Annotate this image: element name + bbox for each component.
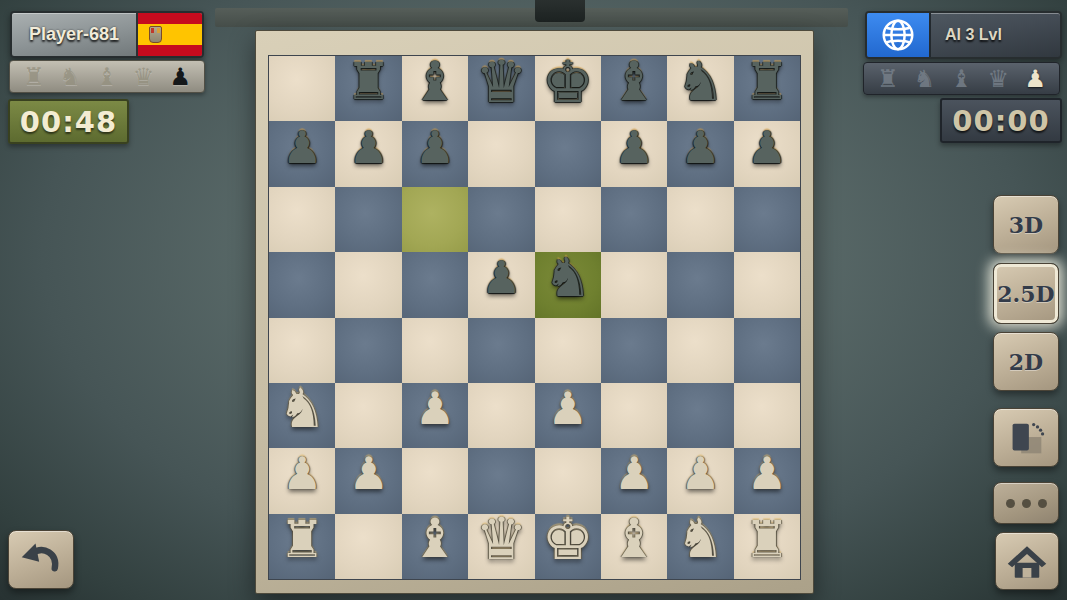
game-screen: Player-681 AI 3 Lvl ♜♞♝♛♟ ♜♞♝♛♟ 00:48 00… [0,0,1067,600]
black-player-panel: AI 3 Lvl [865,11,1062,59]
square-g4[interactable] [667,318,733,383]
square-a6[interactable] [269,187,335,252]
square-f7[interactable]: ♟ [601,121,667,186]
square-g6[interactable] [667,187,733,252]
white-knight[interactable]: ♞ [676,512,724,566]
chess-board: ♜♝♛♚♝♞♜♟♟♟♟♟♟♟♞♞♟♟♟♟♟♟♟♜♝♛♚♝♞♜ [268,55,801,580]
square-a5[interactable] [269,252,335,317]
square-h1[interactable]: ♜ [734,514,800,579]
square-a2[interactable]: ♟ [269,448,335,513]
square-h6[interactable] [734,187,800,252]
square-d3[interactable] [468,383,534,448]
square-h5[interactable] [734,252,800,317]
view-2d-button[interactable]: 2D [993,332,1059,391]
square-c4[interactable] [402,318,468,383]
square-d2[interactable] [468,448,534,513]
queen-icon: ♛ [133,65,155,89]
square-b5[interactable] [335,252,401,317]
square-h4[interactable] [734,318,800,383]
white-knight[interactable]: ♞ [278,382,326,436]
black-knight[interactable]: ♞ [543,251,591,305]
flip-board-button[interactable] [993,408,1059,467]
square-a7[interactable]: ♟ [269,121,335,186]
square-c5[interactable] [402,252,468,317]
square-e8[interactable]: ♚ [535,56,601,121]
square-f5[interactable] [601,252,667,317]
black-pawn[interactable]: ♟ [614,125,654,170]
square-d7[interactable] [468,121,534,186]
white-player-panel: Player-681 [10,11,204,58]
square-a3[interactable]: ♞ [269,383,335,448]
white-bishop[interactable]: ♝ [610,512,658,566]
square-g7[interactable]: ♟ [667,121,733,186]
black-captured-tray: ♜♞♝♛♟ [863,62,1060,95]
board-back-rim [215,8,848,27]
white-clock: 00:48 [8,99,129,144]
rook-icon: ♜ [23,65,45,89]
white-queen[interactable]: ♛ [475,510,527,568]
square-c2[interactable] [402,448,468,513]
square-g1[interactable]: ♞ [667,514,733,579]
square-d6[interactable] [468,187,534,252]
black-queen[interactable]: ♛ [475,53,527,111]
square-f4[interactable] [601,318,667,383]
spain-flag-icon [136,13,202,56]
square-f6[interactable] [601,187,667,252]
queen-icon: ♛ [988,67,1010,91]
square-e1[interactable]: ♚ [535,514,601,579]
white-pawn-icon: ♟ [1024,67,1046,91]
black-pawn[interactable]: ♟ [415,125,455,170]
white-pawn[interactable]: ♟ [747,451,787,496]
white-captured-tray: ♜♞♝♛♟ [9,60,205,93]
square-g8[interactable]: ♞ [667,56,733,121]
white-pawn[interactable]: ♟ [348,451,388,496]
square-d1[interactable]: ♛ [468,514,534,579]
black-rook[interactable]: ♜ [744,56,790,107]
square-a8[interactable] [269,56,335,121]
white-pawn[interactable]: ♟ [415,386,455,431]
undo-button[interactable] [8,530,74,589]
undo-arrow-icon [19,538,63,582]
square-a4[interactable] [269,318,335,383]
board-frame: ♜♝♛♚♝♞♜♟♟♟♟♟♟♟♞♞♟♟♟♟♟♟♟♜♝♛♚♝♞♜ [255,30,814,594]
square-h3[interactable] [734,383,800,448]
white-bishop[interactable]: ♝ [411,512,459,566]
square-e3[interactable]: ♟ [535,383,601,448]
black-pawn[interactable]: ♟ [282,125,322,170]
white-pawn[interactable]: ♟ [680,451,720,496]
square-c1[interactable]: ♝ [402,514,468,579]
white-player-name: Player-681 [12,24,136,45]
square-e7[interactable] [535,121,601,186]
square-h7[interactable]: ♟ [734,121,800,186]
spain-crest-icon [149,26,162,43]
square-b1[interactable] [335,514,401,579]
bishop-icon: ♝ [951,67,973,91]
square-d4[interactable] [468,318,534,383]
white-pawn[interactable]: ♟ [282,451,322,496]
square-g3[interactable] [667,383,733,448]
square-b6[interactable] [335,187,401,252]
black-clock: 00:00 [940,98,1062,143]
flip-board-icon [1003,415,1049,461]
white-pawn[interactable]: ♟ [548,386,588,431]
square-c8[interactable]: ♝ [402,56,468,121]
square-e5[interactable]: ♞ [535,252,601,317]
white-pawn[interactable]: ♟ [614,451,654,496]
black-rook[interactable]: ♜ [346,56,392,107]
globe-icon [867,13,931,57]
square-b7[interactable]: ♟ [335,121,401,186]
view-2point5d-button[interactable]: 2.5D [993,263,1059,324]
white-king[interactable]: ♚ [542,510,594,568]
square-e6[interactable] [535,187,601,252]
square-e2[interactable] [535,448,601,513]
square-b4[interactable] [335,318,401,383]
black-bishop[interactable]: ♝ [610,55,658,109]
square-f8[interactable]: ♝ [601,56,667,121]
knight-icon: ♞ [60,65,82,89]
bishop-icon: ♝ [96,65,118,89]
square-b8[interactable]: ♜ [335,56,401,121]
square-h8[interactable]: ♜ [734,56,800,121]
black-pawn[interactable]: ♟ [348,125,388,170]
square-b3[interactable] [335,383,401,448]
more-options-button[interactable] [993,482,1059,524]
square-c6[interactable] [402,187,468,252]
black-player-name: AI 3 Lvl [931,26,1060,44]
square-f3[interactable] [601,383,667,448]
black-pawn-icon: ♟ [169,65,191,89]
white-rook[interactable]: ♜ [279,514,325,565]
home-icon [1006,540,1048,582]
square-g2[interactable]: ♟ [667,448,733,513]
square-e4[interactable] [535,318,601,383]
black-bishop[interactable]: ♝ [411,55,459,109]
black-knight[interactable]: ♞ [676,55,724,109]
square-f2[interactable]: ♟ [601,448,667,513]
home-button[interactable] [995,532,1059,590]
ellipsis-icon [1006,499,1015,508]
black-king[interactable]: ♚ [542,53,594,111]
view-3d-button[interactable]: 3D [993,195,1059,254]
square-d5[interactable]: ♟ [468,252,534,317]
square-f1[interactable]: ♝ [601,514,667,579]
black-pawn[interactable]: ♟ [680,125,720,170]
square-d8[interactable]: ♛ [468,56,534,121]
square-c3[interactable]: ♟ [402,383,468,448]
black-pawn[interactable]: ♟ [481,255,521,300]
square-h2[interactable]: ♟ [734,448,800,513]
square-c7[interactable]: ♟ [402,121,468,186]
square-b2[interactable]: ♟ [335,448,401,513]
knight-icon: ♞ [914,67,936,91]
top-menu-notch[interactable] [535,0,585,22]
black-pawn[interactable]: ♟ [747,125,787,170]
rook-icon: ♜ [877,67,899,91]
square-g5[interactable] [667,252,733,317]
square-a1[interactable]: ♜ [269,514,335,579]
white-rook[interactable]: ♜ [744,514,790,565]
